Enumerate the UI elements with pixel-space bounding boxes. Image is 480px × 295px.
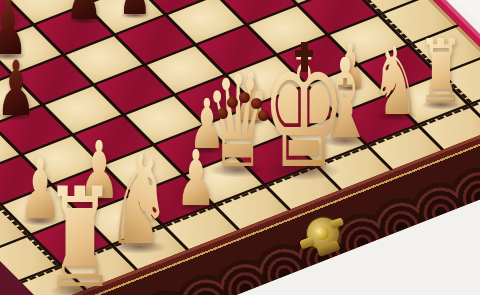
white-rook: ♜ — [18, 185, 142, 293]
crown-ball — [239, 92, 250, 103]
crown-ball — [258, 110, 269, 121]
pawn-glyph: ♟ — [65, 0, 102, 22]
crown-ball — [251, 98, 262, 109]
black-pawn: ♟ — [52, 0, 117, 22]
pawn-glyph: ♟ — [119, 0, 152, 17]
rook-glyph: ♜ — [44, 185, 116, 293]
crown-ball — [227, 97, 238, 108]
black-pawn: ♟ — [0, 59, 50, 118]
chess-set-photo: ♜♞♟♟♟♟♛♟♚♝♟♞♜♟♟♟♟ — [0, 0, 480, 295]
king-cross-finial — [295, 42, 313, 72]
crown-ball — [217, 108, 228, 119]
pawn-glyph: ♟ — [0, 59, 36, 118]
